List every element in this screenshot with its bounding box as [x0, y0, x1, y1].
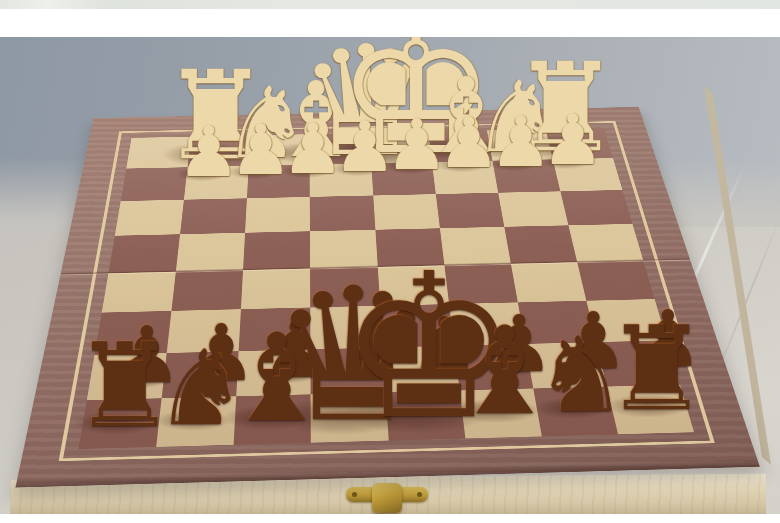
square-g4 — [176, 233, 245, 271]
square-d4 — [375, 228, 444, 266]
square-e5 — [310, 267, 379, 308]
white-margin-bottom — [0, 514, 780, 523]
square-b6 — [518, 301, 596, 344]
brass-latch — [346, 483, 428, 514]
square-b8 — [533, 386, 618, 436]
square-e2 — [310, 163, 373, 197]
square-e1 — [310, 133, 371, 165]
square-f1 — [249, 134, 310, 166]
square-b3 — [498, 191, 568, 227]
square-e4 — [310, 230, 377, 268]
square-g1 — [188, 135, 251, 167]
photo: ♜♞♝♛♚♝♞♜♟♟♟♟♟♟♟♟♟♟♟♟♟♟♟♟♜♞♝♛♚♝♞♜ — [0, 37, 780, 514]
square-c2 — [432, 161, 498, 194]
square-d6 — [380, 304, 454, 348]
square-h6 — [95, 311, 172, 355]
latch-screw — [417, 492, 422, 497]
square-e7 — [311, 347, 385, 394]
square-g7 — [162, 351, 239, 398]
square-c8 — [459, 388, 541, 438]
square-e3 — [310, 196, 375, 232]
square-g3 — [180, 198, 247, 234]
square-b5 — [511, 262, 587, 302]
square-h2 — [121, 167, 188, 201]
square-h1 — [126, 137, 191, 169]
square-c5 — [444, 263, 518, 304]
square-f3 — [245, 197, 310, 233]
top-edge-sliver — [0, 0, 780, 9]
square-d5 — [377, 265, 448, 306]
square-d1 — [369, 132, 432, 164]
board-squares — [78, 128, 694, 449]
photo-scene: ♜♞♝♛♚♝♞♜♟♟♟♟♟♟♟♟♟♟♟♟♟♟♟♟♜♞♝♛♚♝♞♜ — [0, 0, 780, 523]
square-b4 — [504, 225, 577, 263]
square-f7 — [236, 349, 310, 396]
square-g5 — [172, 270, 244, 311]
square-f2 — [247, 165, 310, 199]
latch-screw — [352, 492, 357, 497]
square-d8 — [385, 390, 465, 440]
square-h7 — [87, 353, 167, 400]
square-b7 — [525, 342, 607, 388]
square-c1 — [428, 130, 492, 162]
square-f8 — [234, 394, 311, 445]
white-margin-top — [0, 9, 780, 37]
square-c7 — [454, 344, 533, 391]
square-b1 — [487, 129, 553, 160]
square-e6 — [311, 306, 383, 350]
square-h4 — [108, 234, 180, 272]
square-b2 — [492, 159, 560, 192]
square-d2 — [371, 162, 436, 196]
latch-knob — [372, 483, 402, 513]
square-g2 — [184, 166, 249, 200]
square-f5 — [241, 268, 310, 309]
square-h3 — [115, 200, 184, 236]
square-f6 — [239, 307, 311, 351]
square-a6 — [586, 299, 667, 342]
square-a4 — [568, 224, 643, 262]
square-c6 — [449, 302, 525, 345]
square-a3 — [560, 190, 632, 225]
square-a2 — [553, 158, 623, 191]
square-g6 — [167, 309, 241, 353]
square-e8 — [311, 392, 388, 442]
square-h5 — [102, 271, 176, 312]
square-d3 — [373, 194, 440, 230]
square-g8 — [156, 396, 236, 447]
square-c3 — [436, 193, 505, 229]
square-a7 — [596, 340, 680, 386]
square-a5 — [577, 260, 655, 300]
square-c4 — [440, 227, 511, 265]
square-a1 — [546, 128, 613, 159]
square-f4 — [243, 231, 310, 269]
square-d7 — [382, 346, 459, 393]
square-h8 — [78, 398, 161, 449]
chess-board — [15, 107, 759, 488]
square-a8 — [607, 385, 694, 435]
